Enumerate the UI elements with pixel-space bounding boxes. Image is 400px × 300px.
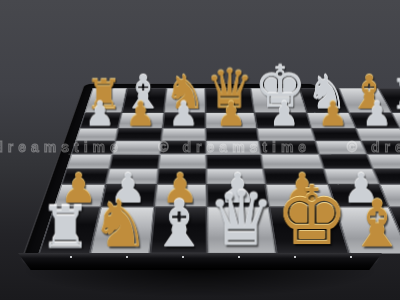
square-g5[interactable]	[361, 141, 400, 155]
silver-pawn-c7[interactable]: ♟	[169, 98, 199, 129]
gold-bishop-f1[interactable]: ♝	[349, 196, 400, 254]
square-e6[interactable]	[257, 128, 316, 141]
silver-bishop-c1[interactable]: ♝	[150, 196, 208, 254]
silver-queen-d1[interactable]: ♛	[208, 187, 276, 255]
square-b1[interactable]: ♞	[90, 207, 154, 254]
square-b7[interactable]: ♟	[118, 113, 163, 128]
board-frame: ♜♝♞♛♚♞♝♜♟♟♟♟♟♟♟♟♟♟♟♟♟♟♟♟♜♞♝♛♚♝♞♜	[21, 84, 378, 263]
square-f5[interactable]	[316, 141, 367, 155]
gold-pawn-d7[interactable]: ♟	[216, 98, 246, 129]
square-e7[interactable]: ♟	[254, 113, 311, 128]
square-g6[interactable]	[356, 128, 400, 141]
photo-scene: ♜♝♞♛♚♞♝♜♟♟♟♟♟♟♟♟♟♟♟♟♟♟♟♟♜♞♝♛♚♝♞♜	[0, 0, 400, 300]
square-g7[interactable]: ♟	[349, 113, 399, 128]
square-e1[interactable]: ♚	[269, 207, 350, 254]
square-c5[interactable]	[159, 141, 206, 155]
gold-king-e1[interactable]: ♚	[275, 181, 348, 254]
silver-pawn-a7[interactable]: ♟	[84, 98, 114, 129]
square-d7[interactable]: ♟	[206, 113, 257, 128]
square-a5[interactable]	[71, 141, 115, 155]
square-e5[interactable]	[259, 141, 320, 155]
square-f6[interactable]	[312, 128, 361, 141]
square-c1[interactable]: ♝	[149, 207, 208, 254]
board-3d-wrap: ♜♝♞♛♚♞♝♜♟♟♟♟♟♟♟♟♟♟♟♟♟♟♟♟♜♞♝♛♚♝♞♜	[21, 84, 378, 263]
silver-rook-a1[interactable]: ♜	[40, 202, 92, 254]
square-a6[interactable]	[75, 128, 118, 141]
gold-knight-b1[interactable]: ♞	[91, 196, 149, 254]
silver-pawn-e7[interactable]: ♟	[269, 98, 299, 129]
square-a7[interactable]: ♟	[80, 113, 122, 128]
square-b6[interactable]	[115, 128, 162, 141]
chess-board: ♜♝♞♛♚♞♝♜♟♟♟♟♟♟♟♟♟♟♟♟♟♟♟♟♜♞♝♛♚♝♞♜	[38, 88, 361, 254]
square-f7[interactable]: ♟	[307, 113, 356, 128]
gold-pawn-b7[interactable]: ♟	[125, 98, 155, 129]
silver-pawn-g7[interactable]: ♟	[361, 98, 391, 129]
gold-pawn-f7[interactable]: ♟	[318, 98, 348, 129]
square-c7[interactable]: ♟	[162, 113, 206, 128]
square-c6[interactable]	[161, 128, 206, 141]
square-b5[interactable]	[112, 141, 160, 155]
square-d6[interactable]	[206, 128, 259, 141]
board-shadow	[26, 268, 374, 296]
square-d5[interactable]	[206, 141, 261, 155]
square-d1[interactable]: ♛	[207, 207, 276, 254]
